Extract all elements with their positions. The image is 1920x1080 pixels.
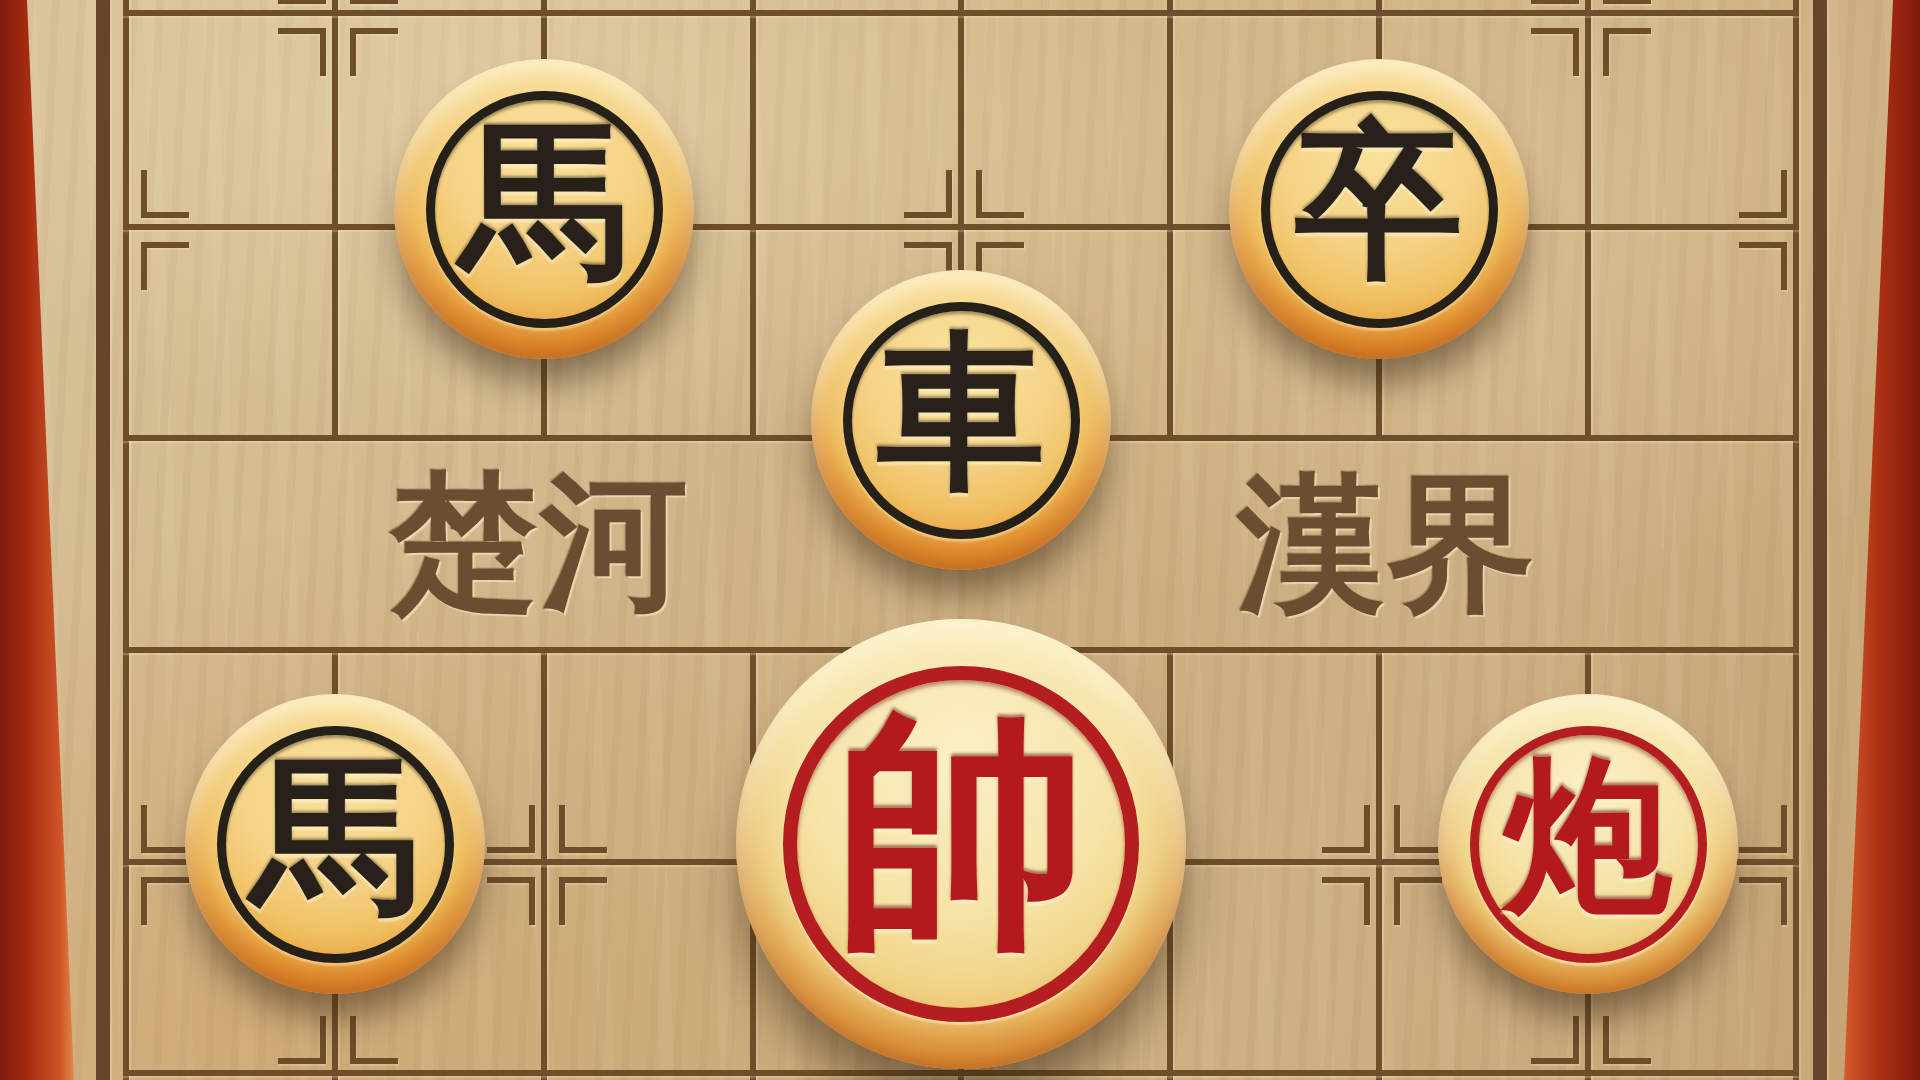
point-marker bbox=[1603, 1016, 1651, 1064]
point-marker bbox=[1322, 877, 1370, 925]
piece-black-chariot[interactable]: 車 bbox=[811, 270, 1111, 570]
point-marker bbox=[141, 877, 189, 925]
grid-line-file-h bbox=[1585, 0, 1591, 438]
point-marker bbox=[1394, 877, 1442, 925]
grid-line-file-c bbox=[541, 650, 547, 1080]
point-marker bbox=[278, 0, 326, 4]
piece-black-soldier[interactable]: 卒 bbox=[1229, 59, 1529, 359]
point-marker bbox=[487, 805, 535, 853]
point-marker bbox=[1531, 0, 1579, 4]
point-marker bbox=[1739, 242, 1787, 290]
point-marker bbox=[1739, 877, 1787, 925]
point-marker bbox=[1603, 28, 1651, 76]
point-marker bbox=[1394, 805, 1442, 853]
point-marker bbox=[1531, 1016, 1579, 1064]
grid-line-file-i bbox=[1793, 0, 1799, 1080]
point-marker bbox=[1603, 0, 1651, 4]
grid-line-file-b bbox=[332, 0, 338, 438]
river-label-left: 楚河 bbox=[390, 468, 690, 618]
piece-glyph-black-horse-2: 馬 bbox=[185, 688, 485, 988]
piece-glyph-red-general: 帥 bbox=[736, 610, 1186, 1060]
point-marker bbox=[278, 1016, 326, 1064]
piece-black-horse-2[interactable]: 馬 bbox=[185, 694, 485, 994]
piece-red-general[interactable]: 帥 bbox=[736, 619, 1186, 1069]
point-marker bbox=[1739, 170, 1787, 218]
point-marker bbox=[141, 170, 189, 218]
point-marker bbox=[350, 28, 398, 76]
xiangqi-board[interactable]: 楚河 漢界 馬卒車馬帥炮 bbox=[0, 0, 1920, 1080]
piece-glyph-black-horse: 馬 bbox=[394, 53, 694, 353]
point-marker bbox=[559, 805, 607, 853]
river-label-right: 漢界 bbox=[1237, 470, 1537, 620]
point-marker bbox=[1739, 805, 1787, 853]
point-marker bbox=[350, 0, 398, 4]
board-frame-right bbox=[1830, 0, 1920, 1080]
point-marker bbox=[904, 170, 952, 218]
point-marker bbox=[350, 1016, 398, 1064]
grid-line-rank-4 bbox=[123, 224, 1799, 230]
point-marker bbox=[1322, 805, 1370, 853]
point-marker bbox=[487, 877, 535, 925]
point-marker bbox=[976, 170, 1024, 218]
grid-line-rank-3 bbox=[123, 10, 1799, 16]
grid-line-file-d bbox=[750, 0, 756, 438]
grid-line-file-f bbox=[1167, 0, 1173, 438]
grid-line-rank-8 bbox=[123, 1070, 1799, 1076]
point-marker bbox=[559, 877, 607, 925]
board-border-line-right bbox=[1813, 0, 1827, 1080]
board-frame-left bbox=[0, 0, 80, 1080]
piece-glyph-black-chariot: 車 bbox=[811, 264, 1111, 564]
piece-glyph-black-soldier: 卒 bbox=[1229, 53, 1529, 353]
piece-red-cannon[interactable]: 炮 bbox=[1438, 694, 1738, 994]
piece-black-horse[interactable]: 馬 bbox=[394, 59, 694, 359]
board-border-line-left bbox=[96, 0, 110, 1080]
piece-glyph-red-cannon: 炮 bbox=[1438, 688, 1738, 988]
point-marker bbox=[141, 805, 189, 853]
point-marker bbox=[1531, 28, 1579, 76]
grid-line-file-g bbox=[1376, 650, 1382, 1080]
grid-line-file-a bbox=[123, 0, 129, 1080]
point-marker bbox=[278, 28, 326, 76]
point-marker bbox=[141, 242, 189, 290]
